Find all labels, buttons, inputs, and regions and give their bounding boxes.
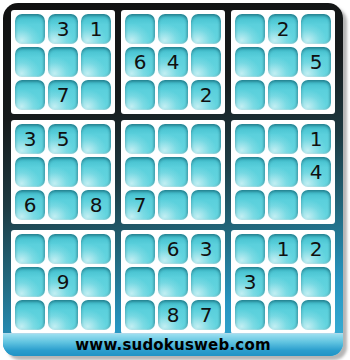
cell-r2c2[interactable] — [48, 47, 78, 77]
cell-r1c9[interactable] — [301, 14, 331, 44]
cell-r8c4[interactable] — [125, 267, 155, 297]
cell-r7c4[interactable] — [125, 234, 155, 264]
box-2: 642 — [121, 10, 225, 114]
cell-r5c6[interactable] — [191, 157, 221, 187]
box-3: 25 — [231, 10, 335, 114]
cell-r7c6[interactable]: 3 — [191, 234, 221, 264]
cell-r2c8[interactable] — [268, 47, 298, 77]
cell-r4c7[interactable] — [235, 124, 265, 154]
cell-r2c3[interactable] — [81, 47, 111, 77]
cell-r1c5[interactable] — [158, 14, 188, 44]
cell-r7c7[interactable] — [235, 234, 265, 264]
cell-r3c1[interactable] — [15, 80, 45, 110]
cell-r8c8[interactable] — [268, 267, 298, 297]
box-4: 3568 — [11, 120, 115, 224]
cell-r1c7[interactable] — [235, 14, 265, 44]
cell-r6c4[interactable]: 7 — [125, 190, 155, 220]
cell-r8c9[interactable] — [301, 267, 331, 297]
box-1: 317 — [11, 10, 115, 114]
cell-r3c8[interactable] — [268, 80, 298, 110]
cell-r6c1[interactable]: 6 — [15, 190, 45, 220]
cell-r4c6[interactable] — [191, 124, 221, 154]
cell-r1c1[interactable] — [15, 14, 45, 44]
cell-r9c5[interactable]: 8 — [158, 300, 188, 330]
cell-r3c9[interactable] — [301, 80, 331, 110]
cell-r9c8[interactable] — [268, 300, 298, 330]
cell-r5c9[interactable]: 4 — [301, 157, 331, 187]
cell-r8c7[interactable]: 3 — [235, 267, 265, 297]
cell-r6c5[interactable] — [158, 190, 188, 220]
cell-r2c4[interactable]: 6 — [125, 47, 155, 77]
cell-r5c7[interactable] — [235, 157, 265, 187]
cell-r4c8[interactable] — [268, 124, 298, 154]
cell-r9c1[interactable] — [15, 300, 45, 330]
cell-r8c1[interactable] — [15, 267, 45, 297]
cell-r4c4[interactable] — [125, 124, 155, 154]
cell-r5c8[interactable] — [268, 157, 298, 187]
cell-r5c4[interactable] — [125, 157, 155, 187]
cell-r6c9[interactable] — [301, 190, 331, 220]
cell-r1c2[interactable]: 3 — [48, 14, 78, 44]
cell-r2c9[interactable]: 5 — [301, 47, 331, 77]
cell-r9c7[interactable] — [235, 300, 265, 330]
cell-r4c2[interactable]: 5 — [48, 124, 78, 154]
cell-r1c8[interactable]: 2 — [268, 14, 298, 44]
cell-r5c2[interactable] — [48, 157, 78, 187]
cell-r7c5[interactable]: 6 — [158, 234, 188, 264]
cell-r5c3[interactable] — [81, 157, 111, 187]
cell-r1c4[interactable] — [125, 14, 155, 44]
cell-r4c1[interactable]: 3 — [15, 124, 45, 154]
cell-r6c8[interactable] — [268, 190, 298, 220]
cell-r2c1[interactable] — [15, 47, 45, 77]
cell-r4c5[interactable] — [158, 124, 188, 154]
cell-r2c7[interactable] — [235, 47, 265, 77]
cell-r6c3[interactable]: 8 — [81, 190, 111, 220]
cell-r5c1[interactable] — [15, 157, 45, 187]
sudoku-grid: 317 642 25 3568 7 14 9 6387 123 — [11, 10, 335, 334]
cell-r7c8[interactable]: 1 — [268, 234, 298, 264]
cell-r6c7[interactable] — [235, 190, 265, 220]
cell-r4c3[interactable] — [81, 124, 111, 154]
cell-r7c9[interactable]: 2 — [301, 234, 331, 264]
cell-r2c5[interactable]: 4 — [158, 47, 188, 77]
site-url-bar: www.sudokusweb.com — [3, 333, 343, 356]
cell-r8c3[interactable] — [81, 267, 111, 297]
cell-r8c5[interactable] — [158, 267, 188, 297]
cell-r3c2[interactable]: 7 — [48, 80, 78, 110]
site-url: www.sudokusweb.com — [75, 336, 270, 354]
cell-r1c6[interactable] — [191, 14, 221, 44]
cell-r9c4[interactable] — [125, 300, 155, 330]
cell-r9c3[interactable] — [81, 300, 111, 330]
cell-r6c6[interactable] — [191, 190, 221, 220]
cell-r6c2[interactable] — [48, 190, 78, 220]
cell-r3c6[interactable]: 2 — [191, 80, 221, 110]
cell-r9c6[interactable]: 7 — [191, 300, 221, 330]
cell-r5c5[interactable] — [158, 157, 188, 187]
cell-r7c1[interactable] — [15, 234, 45, 264]
cell-r8c6[interactable] — [191, 267, 221, 297]
box-6: 14 — [231, 120, 335, 224]
box-9: 123 — [231, 230, 335, 334]
cell-r2c6[interactable] — [191, 47, 221, 77]
cell-r3c3[interactable] — [81, 80, 111, 110]
sudoku-board: 317 642 25 3568 7 14 9 6387 123 www.sudo… — [3, 3, 343, 356]
box-5: 7 — [121, 120, 225, 224]
cell-r9c9[interactable] — [301, 300, 331, 330]
box-8: 6387 — [121, 230, 225, 334]
cell-r7c3[interactable] — [81, 234, 111, 264]
cell-r3c5[interactable] — [158, 80, 188, 110]
cell-r3c7[interactable] — [235, 80, 265, 110]
box-7: 9 — [11, 230, 115, 334]
cell-r9c2[interactable] — [48, 300, 78, 330]
cell-r4c9[interactable]: 1 — [301, 124, 331, 154]
cell-r8c2[interactable]: 9 — [48, 267, 78, 297]
cell-r3c4[interactable] — [125, 80, 155, 110]
cell-r1c3[interactable]: 1 — [81, 14, 111, 44]
cell-r7c2[interactable] — [48, 234, 78, 264]
